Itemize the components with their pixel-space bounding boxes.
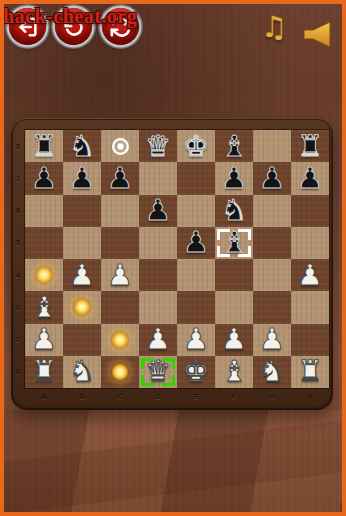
square-d7[interactable] [139, 162, 177, 194]
rank-label-2: 2 [11, 324, 25, 356]
square-g7[interactable]: ♟ [253, 162, 291, 194]
black-pawn-piece: ♟ [183, 228, 209, 257]
square-b6[interactable] [63, 195, 101, 227]
square-d4[interactable] [139, 259, 177, 291]
black-king-piece: ♚ [183, 132, 209, 161]
white-pawn-piece: ♟ [31, 325, 57, 354]
square-e3[interactable] [177, 291, 215, 323]
square-h7[interactable]: ♟ [291, 162, 329, 194]
square-c6[interactable] [101, 195, 139, 227]
black-pawn-piece: ♟ [31, 164, 57, 193]
square-b2[interactable] [63, 324, 101, 356]
square-e1[interactable]: ♚ [177, 356, 215, 388]
square-h5[interactable] [291, 227, 329, 259]
white-pawn-piece: ♟ [145, 325, 171, 354]
rank-label-8: 8 [11, 130, 25, 162]
square-a3[interactable]: ♝ [25, 291, 63, 323]
black-pawn-piece: ♟ [107, 164, 133, 193]
file-label-d: D [139, 390, 177, 403]
square-b3[interactable] [63, 291, 101, 323]
square-d2[interactable]: ♟ [139, 324, 177, 356]
music-note-icon: ♫ [261, 10, 287, 44]
square-c5[interactable] [101, 227, 139, 259]
music-toggle[interactable]: ♫ [257, 8, 291, 46]
square-h1[interactable]: ♜ [291, 356, 329, 388]
white-knight-piece: ♞ [69, 357, 95, 386]
sound-toggle[interactable] [300, 21, 333, 48]
square-g2[interactable]: ♟ [253, 324, 291, 356]
square-a1[interactable]: ♜ [25, 356, 63, 388]
black-knight-piece: ♞ [221, 196, 247, 225]
square-c4[interactable]: ♟ [101, 259, 139, 291]
square-g6[interactable] [253, 195, 291, 227]
square-c2[interactable] [101, 324, 139, 356]
black-knight-piece: ♞ [69, 132, 95, 161]
square-d6[interactable]: ♟ [139, 195, 177, 227]
white-pawn-piece: ♟ [69, 261, 95, 290]
square-f1[interactable]: ♝ [215, 356, 253, 388]
square-a6[interactable] [25, 195, 63, 227]
file-label-a: A [25, 390, 63, 403]
black-rook-piece: ♜ [297, 132, 323, 161]
square-f8[interactable]: ♝ [215, 130, 253, 162]
square-a2[interactable]: ♟ [25, 324, 63, 356]
last-move-origin-dot [112, 138, 129, 155]
square-f7[interactable]: ♟ [215, 162, 253, 194]
file-label-g: G [253, 390, 291, 403]
square-f6[interactable]: ♞ [215, 195, 253, 227]
white-pawn-piece: ♟ [259, 325, 285, 354]
white-bishop-piece: ♝ [221, 357, 247, 386]
white-king-piece: ♚ [183, 357, 209, 386]
square-g4[interactable] [253, 259, 291, 291]
square-b7[interactable]: ♟ [63, 162, 101, 194]
file-label-c: C [101, 390, 139, 403]
square-c1[interactable] [101, 356, 139, 388]
legal-move-dot [34, 265, 54, 285]
black-queen-piece: ♛ [145, 132, 171, 161]
square-a7[interactable]: ♟ [25, 162, 63, 194]
black-pawn-piece: ♟ [297, 164, 323, 193]
square-f5[interactable]: ♝ [215, 227, 253, 259]
square-f4[interactable] [215, 259, 253, 291]
square-f3[interactable] [215, 291, 253, 323]
wood-table-background [0, 410, 346, 516]
black-pawn-piece: ♟ [259, 164, 285, 193]
watermark-text: hack-cheat.org [3, 5, 137, 28]
square-e6[interactable] [177, 195, 215, 227]
square-b5[interactable] [63, 227, 101, 259]
square-h6[interactable] [291, 195, 329, 227]
black-pawn-piece: ♟ [69, 164, 95, 193]
file-label-b: B [63, 390, 101, 403]
chess-board: 87654321 ♜♞♛♚♝♜♟♟♟♟♟♟♟♞♟♝♟♟♟♝♟♟♟♟♟♜♞♛♚♝♞… [11, 118, 333, 410]
black-bishop-piece: ♝ [221, 228, 247, 257]
square-e8[interactable]: ♚ [177, 130, 215, 162]
square-b4[interactable]: ♟ [63, 259, 101, 291]
square-d3[interactable] [139, 291, 177, 323]
file-label-h: H [291, 390, 329, 403]
black-pawn-piece: ♟ [145, 196, 171, 225]
rank-label-6: 6 [11, 195, 25, 227]
rank-label-1: 1 [11, 356, 25, 388]
selected-piece-frame [141, 358, 175, 386]
legal-move-dot [72, 297, 92, 317]
black-rook-piece: ♜ [31, 132, 57, 161]
square-c8[interactable] [101, 130, 139, 162]
square-c3[interactable] [101, 291, 139, 323]
legal-move-dot [110, 362, 130, 382]
square-g1[interactable]: ♞ [253, 356, 291, 388]
square-h3[interactable] [291, 291, 329, 323]
white-bishop-piece: ♝ [31, 293, 57, 322]
rank-label-4: 4 [11, 259, 25, 291]
square-h4[interactable]: ♟ [291, 259, 329, 291]
square-e2[interactable]: ♟ [177, 324, 215, 356]
square-b8[interactable]: ♞ [63, 130, 101, 162]
rank-label-3: 3 [11, 291, 25, 323]
white-rook-piece: ♜ [31, 357, 57, 386]
square-g5[interactable] [253, 227, 291, 259]
file-label-e: E [177, 390, 215, 403]
square-e5[interactable]: ♟ [177, 227, 215, 259]
square-d1[interactable]: ♛ [139, 356, 177, 388]
board-grid: ♜♞♛♚♝♜♟♟♟♟♟♟♟♞♟♝♟♟♟♝♟♟♟♟♟♜♞♛♚♝♞♜ [25, 130, 329, 388]
white-queen-piece: ♛ [145, 357, 171, 386]
square-e7[interactable] [177, 162, 215, 194]
file-labels: ABCDEFGH [25, 390, 329, 403]
legal-move-dot [110, 330, 130, 350]
square-c7[interactable]: ♟ [101, 162, 139, 194]
white-rook-piece: ♜ [297, 357, 323, 386]
rank-label-5: 5 [11, 227, 25, 259]
square-e4[interactable] [177, 259, 215, 291]
square-b1[interactable]: ♞ [63, 356, 101, 388]
square-a5[interactable] [25, 227, 63, 259]
rank-labels: 87654321 [11, 130, 25, 388]
white-knight-piece: ♞ [259, 357, 285, 386]
white-pawn-piece: ♟ [297, 261, 323, 290]
speaker-icon [300, 34, 333, 51]
square-a8[interactable]: ♜ [25, 130, 63, 162]
chess-app: ♫ hack-cheat.org 87654321 ♜♞♛♚♝♜♟♟♟♟♟♟♟♞… [0, 0, 346, 516]
file-label-f: F [215, 390, 253, 403]
black-bishop-piece: ♝ [221, 132, 247, 161]
last-move-frame [217, 229, 251, 257]
square-g3[interactable] [253, 291, 291, 323]
square-d8[interactable]: ♛ [139, 130, 177, 162]
white-pawn-piece: ♟ [107, 261, 133, 290]
square-g8[interactable] [253, 130, 291, 162]
square-a4[interactable] [25, 259, 63, 291]
square-h8[interactable]: ♜ [291, 130, 329, 162]
square-d5[interactable] [139, 227, 177, 259]
rank-label-7: 7 [11, 162, 25, 194]
square-h2[interactable] [291, 324, 329, 356]
black-pawn-piece: ♟ [221, 164, 247, 193]
square-f2[interactable]: ♟ [215, 324, 253, 356]
white-pawn-piece: ♟ [221, 325, 247, 354]
white-pawn-piece: ♟ [183, 325, 209, 354]
